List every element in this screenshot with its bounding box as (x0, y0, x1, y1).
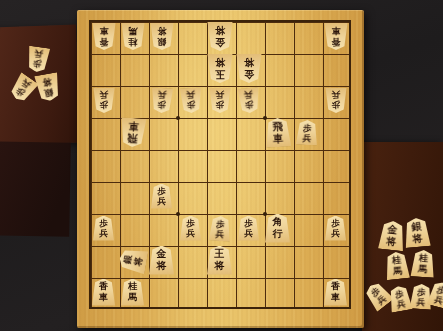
piece-kanji: 歩 (99, 218, 108, 228)
piece-kanji: 将 (244, 56, 254, 68)
piece-pawn-9g[interactable]: 歩兵 (93, 216, 115, 241)
piece-kanji: 馬 (393, 265, 403, 277)
shogi-table-scene: 香車桂馬銀将金将香車玉将金将歩兵歩兵歩兵歩兵歩兵歩兵飛車飛車歩兵歩兵歩兵歩兵歩兵… (0, 0, 443, 331)
piece-kanji: 銀 (44, 87, 55, 99)
piece-kanji: 車 (99, 292, 108, 303)
piece-knight-8i[interactable]: 桂馬 (121, 279, 145, 306)
piece-kanji: 銀 (157, 36, 166, 47)
piece-kanji: 兵 (99, 228, 108, 238)
piece-kanji: 香 (99, 281, 108, 292)
piece-kanji: 兵 (244, 228, 253, 238)
piece-kanji: 車 (99, 25, 108, 36)
hoshi-point (176, 116, 180, 120)
piece-kanji: 香 (331, 36, 340, 47)
piece-kanji: 兵 (99, 90, 108, 100)
piece-kanji: 車 (128, 120, 139, 133)
piece-kanji: 歩 (32, 59, 42, 70)
left-tray-lid (0, 141, 71, 236)
piece-kanji: 兵 (302, 132, 311, 142)
piece-kanji: 歩 (186, 218, 195, 228)
hoshi-point (263, 212, 267, 216)
piece-bishop-3g[interactable]: 角行 (265, 214, 291, 243)
piece-kanji: 歩 (331, 100, 340, 110)
piece-kanji: 金 (387, 223, 398, 236)
piece-kanji: 歩 (417, 286, 426, 297)
piece-kanji: 香 (331, 281, 340, 292)
piece-kanji: 兵 (215, 228, 224, 239)
piece-kanji: 兵 (34, 49, 44, 60)
piece-kanji: 将 (157, 260, 167, 272)
piece-pawn-4g[interactable]: 歩兵 (238, 216, 260, 241)
piece-kanji: 馬 (128, 292, 137, 303)
piece-kanji: 桂 (419, 252, 429, 264)
piece-kanji: 兵 (186, 228, 195, 238)
piece-kanji: 香 (99, 36, 108, 47)
piece-kanji: 車 (331, 25, 340, 36)
piece-kanji: 飛 (272, 120, 283, 133)
piece-pawn-1g[interactable]: 歩兵 (325, 216, 347, 241)
piece-kanji: 兵 (331, 228, 340, 238)
piece-kanji: 兵 (375, 293, 388, 306)
piece-kanji: 兵 (186, 90, 195, 100)
piece-kanji: 将 (215, 56, 225, 68)
piece-kanji: 将 (157, 25, 166, 36)
piece-kanji: 兵 (416, 296, 425, 307)
piece-kanji: 将 (215, 24, 225, 36)
piece-kanji: 馬 (128, 25, 137, 36)
piece-kanji: 将 (215, 260, 225, 272)
piece-kanji: 歩 (215, 100, 224, 110)
piece-lance-9i[interactable]: 香車 (92, 279, 116, 306)
hoshi-point (263, 116, 267, 120)
piece-kanji: 将 (412, 232, 423, 245)
piece-kanji: 兵 (331, 90, 340, 100)
piece-kanji: 車 (273, 132, 284, 145)
piece-kanji: 馬 (418, 263, 428, 275)
piece-kanji: 兵 (215, 90, 224, 100)
piece-kanji: 兵 (157, 90, 166, 100)
piece-kanji: 歩 (302, 122, 311, 132)
piece-pawn-7f[interactable]: 歩兵 (151, 184, 173, 209)
piece-kanji: 歩 (215, 218, 224, 229)
piece-kanji: 歩 (331, 218, 340, 228)
piece-gold-7h[interactable]: 金将 (149, 246, 175, 275)
piece-kanji: 歩 (244, 218, 253, 228)
piece-kanji: 飛 (127, 132, 138, 145)
piece-kanji: 将 (386, 235, 397, 248)
piece-kanji: 将 (132, 256, 144, 267)
piece-king-5h[interactable]: 王将 (207, 246, 233, 275)
piece-kanji: 車 (331, 292, 340, 303)
piece-kanji: 兵 (396, 298, 406, 309)
piece-kanji: 金 (244, 68, 254, 80)
piece-kanji: 銀 (411, 220, 422, 233)
piece-kanji: 将 (42, 76, 53, 88)
piece-kanji: 金 (157, 248, 167, 260)
piece-lance-1i[interactable]: 香車 (324, 279, 348, 306)
piece-kanji: 歩 (99, 100, 108, 110)
piece-kanji: 兵 (243, 90, 252, 101)
piece-kanji: 桂 (128, 281, 137, 292)
piece-kanji: 王 (215, 248, 225, 260)
piece-kanji: 歩 (186, 100, 195, 110)
piece-kanji: 歩 (157, 100, 166, 110)
piece-kanji: 歩 (157, 186, 166, 196)
piece-kanji: 玉 (215, 68, 225, 80)
piece-kanji: 金 (215, 36, 225, 48)
piece-kanji: 角 (273, 216, 283, 228)
piece-kanji: 兵 (433, 293, 443, 305)
hoshi-point (176, 212, 180, 216)
piece-kanji: 桂 (128, 36, 137, 47)
piece-kanji: 行 (273, 228, 283, 240)
piece-kanji: 歩 (244, 100, 253, 111)
piece-kanji: 兵 (157, 196, 166, 206)
piece-pawn-6g[interactable]: 歩兵 (180, 216, 202, 241)
